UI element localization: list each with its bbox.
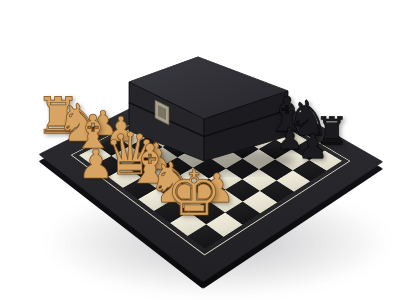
piece-black-pawn[interactable]: ♟ xyxy=(298,129,328,163)
piece-white-king[interactable]: ♚ xyxy=(166,163,222,225)
piece-white-pawn[interactable]: ♟ xyxy=(78,144,114,184)
chess-set-product-photo: ♜♞♝♟♟♟♛♟♝♞♚♟♝♞♜♟♟ xyxy=(0,0,400,300)
